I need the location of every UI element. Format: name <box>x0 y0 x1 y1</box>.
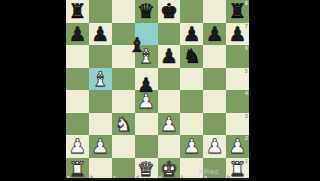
square-e2[interactable] <box>158 135 181 158</box>
piece-black-pawn-a7[interactable]: ♟ <box>66 23 89 46</box>
piece-black-king-e8[interactable]: ♚ <box>158 0 181 23</box>
square-a5[interactable] <box>66 68 89 91</box>
piece-white-knight-c3[interactable]: ♞ <box>112 113 135 136</box>
piece-black-rook-a8[interactable]: ♜ <box>66 0 89 23</box>
left-letterbox-bar <box>0 0 66 180</box>
square-b4[interactable] <box>89 90 112 113</box>
square-f3[interactable] <box>180 113 203 136</box>
piece-black-pawn-b7[interactable]: ♟ <box>89 23 112 46</box>
piece-white-queen-d1[interactable]: ♛ <box>135 158 158 181</box>
square-f8[interactable] <box>180 0 203 23</box>
right-letterbox-bar <box>249 0 320 180</box>
piece-white-pawn-d4[interactable]: ♟ <box>135 90 158 113</box>
square-f4[interactable] <box>180 90 203 113</box>
piece-white-pawn-a2[interactable]: ♟ <box>66 135 89 158</box>
rank-label-4: 4 <box>245 91 248 96</box>
square-e7[interactable] <box>158 23 181 46</box>
square-d3[interactable] <box>135 113 158 136</box>
square-e4[interactable] <box>158 90 181 113</box>
square-g3[interactable] <box>203 113 226 136</box>
piece-white-rook-a1[interactable]: ♜ <box>66 158 89 181</box>
piece-black-pawn-f7[interactable]: ♟ <box>180 23 203 46</box>
piece-white-bishop-d6[interactable]: ♝ <box>135 45 158 68</box>
piece-black-queen-d8[interactable]: ♛ <box>135 0 158 23</box>
square-g4[interactable] <box>203 90 226 113</box>
piece-white-pawn-b2[interactable]: ♟ <box>89 135 112 158</box>
square-g5[interactable] <box>203 68 226 91</box>
rank-label-3: 3 <box>245 114 248 119</box>
square-b3[interactable] <box>89 113 112 136</box>
piece-black-pawn-e6[interactable]: ♟ <box>158 45 181 68</box>
square-c2[interactable] <box>112 135 135 158</box>
square-g8[interactable] <box>203 0 226 23</box>
screen-recorder-watermark: XRec <box>198 167 219 176</box>
piece-black-pawn-g7[interactable]: ♟ <box>203 23 226 46</box>
piece-black-pawn-h7[interactable]: ♟ <box>226 23 249 46</box>
piece-black-knight-f6[interactable]: ♞ <box>180 45 203 68</box>
square-c1[interactable]: c <box>112 158 135 181</box>
square-h4[interactable]: 4 <box>226 90 249 113</box>
video-frame: 8765432abcdefg1h♜♛♚♜♟♟♟♟♟♝♟♞♟♝♝♟♞♟♟♟♟♟♟♜… <box>0 0 320 180</box>
piece-white-pawn-h2[interactable]: ♟ <box>226 135 249 158</box>
piece-white-pawn-e3[interactable]: ♟ <box>158 113 181 136</box>
piece-white-pawn-f2[interactable]: ♟ <box>180 135 203 158</box>
square-c5[interactable] <box>112 68 135 91</box>
square-f5[interactable] <box>180 68 203 91</box>
piece-white-rook-h1[interactable]: ♜ <box>226 158 249 181</box>
square-b6[interactable] <box>89 45 112 68</box>
piece-black-rook-h8[interactable]: ♜ <box>226 0 249 23</box>
square-c8[interactable] <box>112 0 135 23</box>
piece-white-bishop-b5[interactable]: ♝ <box>89 68 112 91</box>
square-h5[interactable]: 5 <box>226 68 249 91</box>
square-c4[interactable] <box>112 90 135 113</box>
piece-white-pawn-g2[interactable]: ♟ <box>203 135 226 158</box>
square-d2[interactable] <box>135 135 158 158</box>
square-b1[interactable]: b <box>89 158 112 181</box>
square-a4[interactable] <box>66 90 89 113</box>
bottom-edge-line <box>0 178 320 180</box>
square-e5[interactable] <box>158 68 181 91</box>
square-h6[interactable]: 6 <box>226 45 249 68</box>
square-b8[interactable] <box>89 0 112 23</box>
piece-white-king-e1[interactable]: ♚ <box>158 158 181 181</box>
square-h3[interactable]: 3 <box>226 113 249 136</box>
chess-board[interactable]: 8765432abcdefg1h♜♛♚♜♟♟♟♟♟♝♟♞♟♝♝♟♞♟♟♟♟♟♟♜… <box>66 0 249 180</box>
square-a3[interactable] <box>66 113 89 136</box>
square-a6[interactable] <box>66 45 89 68</box>
square-g6[interactable] <box>203 45 226 68</box>
rank-label-5: 5 <box>245 69 248 74</box>
rank-label-6: 6 <box>245 46 248 51</box>
